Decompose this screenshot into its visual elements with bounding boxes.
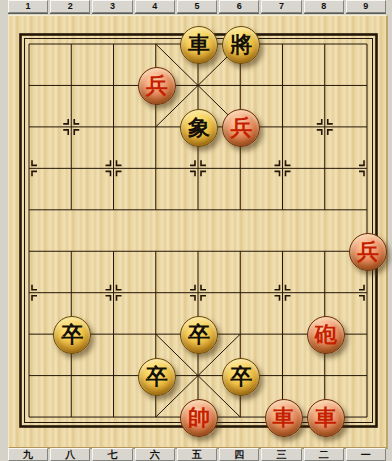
piece-black-soldier[interactable]: 卒 [180,316,218,354]
piece-red-soldier[interactable]: 兵 [138,67,176,105]
bottom-file-label-9[interactable]: 一 [346,448,386,461]
piece-black-elephant[interactable]: 象 [180,109,218,147]
piece-black-chariot[interactable]: 車 [180,26,218,64]
piece-red-cannon[interactable]: 砲 [307,316,345,354]
piece-red-chariot[interactable]: 車 [265,399,303,437]
bottom-file-label-1[interactable]: 九 [8,448,48,461]
bottom-file-label-2[interactable]: 八 [50,448,90,461]
bottom-file-labels: 九八七六五四三二一 [8,448,386,461]
bottom-file-label-6[interactable]: 四 [219,448,259,461]
board-grid [0,0,392,461]
bottom-file-label-4[interactable]: 六 [135,448,175,461]
piece-red-general[interactable]: 帥 [180,399,218,437]
bottom-file-label-5[interactable]: 五 [177,448,217,461]
piece-black-soldier[interactable]: 卒 [138,358,176,396]
piece-red-soldier[interactable]: 兵 [222,109,260,147]
piece-red-soldier[interactable]: 兵 [349,233,387,271]
piece-black-general[interactable]: 將 [222,26,260,64]
piece-red-chariot[interactable]: 車 [307,399,345,437]
bottom-file-label-7[interactable]: 三 [261,448,301,461]
bottom-file-label-3[interactable]: 七 [92,448,132,461]
piece-black-soldier[interactable]: 卒 [222,358,260,396]
bottom-file-label-8[interactable]: 二 [304,448,344,461]
